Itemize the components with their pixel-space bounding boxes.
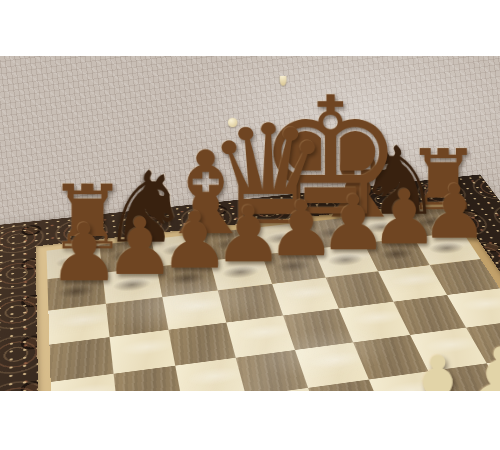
square-b5 bbox=[110, 330, 176, 374]
piece-brown-pawn-a7: ♟ bbox=[48, 213, 104, 293]
board-scene: ♜♞♝♛♚♝♞♜♟♟♟♟♟♟♟♟♟♟ bbox=[0, 0, 500, 450]
photo-stage: ♜♞♝♛♚♝♞♜♟♟♟♟♟♟♟♟♟♟ bbox=[0, 0, 500, 450]
top-white-strip bbox=[0, 0, 500, 56]
square-c5 bbox=[169, 323, 236, 366]
pawn-glyph: ♟ bbox=[48, 213, 119, 293]
square-a7: ♟ bbox=[47, 273, 105, 311]
square-h5 bbox=[447, 288, 500, 327]
finial-spire bbox=[280, 71, 287, 86]
square-b6 bbox=[106, 297, 169, 337]
bottom-white-strip bbox=[0, 391, 500, 450]
square-a6 bbox=[48, 304, 109, 345]
